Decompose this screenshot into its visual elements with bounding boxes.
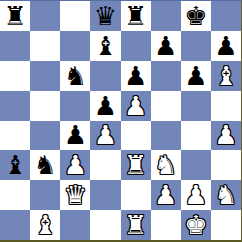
white-queen: ♛ <box>64 182 87 208</box>
square-b1[interactable]: ♝ <box>30 210 60 240</box>
square-d2[interactable] <box>90 180 120 210</box>
square-h4[interactable]: ♟ <box>211 121 241 151</box>
black-bishop: ♝ <box>94 33 117 59</box>
white-rook: ♜ <box>124 152 147 178</box>
black-pawn: ♟ <box>184 63 207 89</box>
black-knight: ♞ <box>34 152 57 178</box>
square-c1[interactable] <box>60 210 90 240</box>
square-a6[interactable] <box>0 61 30 91</box>
black-pawn: ♟ <box>124 63 147 89</box>
white-bishop: ♝ <box>34 212 57 238</box>
black-pawn: ♟ <box>214 33 237 59</box>
white-rook: ♜ <box>124 212 147 238</box>
white-pawn: ♟ <box>64 152 87 178</box>
square-f6[interactable] <box>151 61 181 91</box>
square-e4[interactable] <box>121 121 151 151</box>
square-e5[interactable]: ♟ <box>121 91 151 121</box>
square-h7[interactable]: ♟ <box>211 31 241 61</box>
square-a3[interactable]: ♝ <box>0 150 30 180</box>
white-pawn: ♟ <box>184 182 207 208</box>
black-pawn: ♟ <box>154 33 177 59</box>
square-c8[interactable] <box>60 1 90 31</box>
square-b7[interactable] <box>30 31 60 61</box>
square-h1[interactable] <box>211 210 241 240</box>
black-queen: ♛ <box>94 3 117 29</box>
white-knight: ♞ <box>214 182 237 208</box>
square-g4[interactable] <box>181 121 211 151</box>
square-h5[interactable] <box>211 91 241 121</box>
square-d3[interactable] <box>90 150 120 180</box>
square-c3[interactable]: ♟ <box>60 150 90 180</box>
square-d5[interactable]: ♟ <box>90 91 120 121</box>
black-pawn: ♟ <box>94 93 117 119</box>
square-g1[interactable]: ♚ <box>181 210 211 240</box>
square-h8[interactable] <box>211 1 241 31</box>
square-b5[interactable] <box>30 91 60 121</box>
square-b6[interactable] <box>30 61 60 91</box>
square-e8[interactable]: ♜ <box>121 1 151 31</box>
square-c7[interactable] <box>60 31 90 61</box>
square-f7[interactable]: ♟ <box>151 31 181 61</box>
square-e3[interactable]: ♜ <box>121 150 151 180</box>
chess-board: ♜♛♜♚♝♟♟♞♟♟♝♟♟♟♟♟♝♞♟♜♞♛♟♟♞♝♜♚ <box>0 0 242 242</box>
square-e6[interactable]: ♟ <box>121 61 151 91</box>
square-g2[interactable]: ♟ <box>181 180 211 210</box>
square-f8[interactable] <box>151 1 181 31</box>
square-f1[interactable] <box>151 210 181 240</box>
square-d4[interactable]: ♟ <box>90 121 120 151</box>
square-b3[interactable]: ♞ <box>30 150 60 180</box>
square-a7[interactable] <box>0 31 30 61</box>
square-g7[interactable] <box>181 31 211 61</box>
black-rook: ♜ <box>124 3 147 29</box>
square-f2[interactable]: ♟ <box>151 180 181 210</box>
white-pawn: ♟ <box>94 122 117 148</box>
square-g3[interactable] <box>181 150 211 180</box>
square-c4[interactable]: ♟ <box>60 121 90 151</box>
black-bishop: ♝ <box>3 152 26 178</box>
square-g5[interactable] <box>181 91 211 121</box>
square-f5[interactable] <box>151 91 181 121</box>
square-a1[interactable] <box>0 210 30 240</box>
square-a2[interactable] <box>0 180 30 210</box>
white-pawn: ♟ <box>124 93 147 119</box>
square-h2[interactable]: ♞ <box>211 180 241 210</box>
square-b4[interactable] <box>30 121 60 151</box>
white-pawn: ♟ <box>154 182 177 208</box>
square-d7[interactable]: ♝ <box>90 31 120 61</box>
black-rook: ♜ <box>3 3 26 29</box>
square-g6[interactable]: ♟ <box>181 61 211 91</box>
square-a4[interactable] <box>0 121 30 151</box>
black-knight: ♞ <box>64 63 87 89</box>
white-pawn: ♟ <box>214 122 237 148</box>
square-d1[interactable] <box>90 210 120 240</box>
white-bishop: ♝ <box>214 63 237 89</box>
black-king: ♚ <box>184 3 207 29</box>
square-a5[interactable] <box>0 91 30 121</box>
square-c2[interactable]: ♛ <box>60 180 90 210</box>
square-h6[interactable]: ♝ <box>211 61 241 91</box>
square-d6[interactable] <box>90 61 120 91</box>
square-c6[interactable]: ♞ <box>60 61 90 91</box>
square-h3[interactable] <box>211 150 241 180</box>
white-knight: ♞ <box>154 152 177 178</box>
white-king: ♚ <box>184 212 207 238</box>
square-e1[interactable]: ♜ <box>121 210 151 240</box>
square-e2[interactable] <box>121 180 151 210</box>
square-c5[interactable] <box>60 91 90 121</box>
square-f3[interactable]: ♞ <box>151 150 181 180</box>
square-b8[interactable] <box>30 1 60 31</box>
square-e7[interactable] <box>121 31 151 61</box>
black-pawn: ♟ <box>64 122 87 148</box>
square-b2[interactable] <box>30 180 60 210</box>
square-d8[interactable]: ♛ <box>90 1 120 31</box>
square-a8[interactable]: ♜ <box>0 1 30 31</box>
square-g8[interactable]: ♚ <box>181 1 211 31</box>
square-f4[interactable] <box>151 121 181 151</box>
